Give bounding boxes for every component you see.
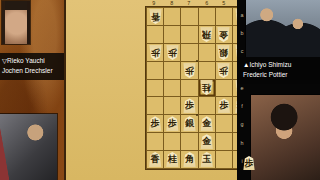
square-8h[interactable] (164, 133, 180, 150)
square-5b[interactable]: 金 (216, 26, 232, 43)
square-9b[interactable] (147, 26, 163, 43)
piece-kanji: 歩 (151, 119, 160, 128)
square-6a[interactable] (199, 8, 215, 25)
piece-kanji: 銀 (185, 119, 194, 128)
komadai-sente: 歩 (243, 156, 255, 170)
left-player-panel: ▽Rieko Yauchi Jochen Drechsler (0, 0, 64, 180)
square-7a[interactable] (181, 8, 197, 25)
square-9g[interactable]: 歩 (147, 115, 163, 132)
sente-gold[interactable]: 金 (200, 134, 213, 149)
piece-kanji: 金 (219, 30, 228, 39)
rank-label-b: b (238, 25, 245, 41)
square-8b[interactable] (164, 26, 180, 43)
piece-kanji: 銀 (219, 48, 228, 57)
square-9f[interactable] (147, 97, 163, 114)
square-9i[interactable]: 香 (147, 151, 163, 168)
piece-kanji: 香 (151, 12, 160, 21)
gote-pawn[interactable]: 歩 (183, 63, 196, 78)
square-6c[interactable] (199, 44, 215, 61)
square-5a[interactable] (216, 8, 232, 25)
piece-kanji: 歩 (151, 48, 160, 57)
square-6i[interactable]: 玉 (199, 151, 215, 168)
file-label-5: 5 (216, 0, 232, 5)
hoshi-dot (196, 60, 198, 62)
square-9d[interactable] (147, 62, 163, 79)
piece-kanji: 金 (202, 119, 211, 128)
piece-kanji: 飛 (202, 30, 211, 39)
gote-gold[interactable]: 金 (217, 27, 230, 42)
sente-lance[interactable]: 香 (149, 152, 162, 167)
gote-pawn[interactable]: 歩 (149, 45, 162, 60)
piece-kanji: 歩 (219, 101, 228, 110)
square-6g[interactable]: 金 (199, 115, 215, 132)
hoshi-dot (196, 114, 198, 116)
piece-kanji: 角 (185, 155, 194, 164)
gote-player-name: ▽Rieko Yauchi (0, 56, 64, 66)
square-5d[interactable]: 歩 (216, 62, 232, 79)
square-5c[interactable]: 銀 (216, 44, 232, 61)
square-7g[interactable]: 銀 (181, 115, 197, 132)
rank-label-f: f (238, 98, 245, 114)
photo-sente-player (251, 95, 320, 180)
broadcast-frame: ▽Rieko Yauchi Jochen Drechsler 987654321… (0, 0, 320, 180)
piece-kanji: 歩 (245, 159, 254, 168)
gote-knight[interactable]: 桂 (200, 80, 213, 95)
square-7i[interactable]: 角 (181, 151, 197, 168)
sente-pawn[interactable]: 歩 (183, 98, 196, 113)
rank-coordinates: abcdefghi (238, 6, 246, 170)
square-7h[interactable] (181, 133, 197, 150)
piece-kanji: 玉 (202, 155, 211, 164)
piece-kanji: 桂 (168, 155, 177, 164)
sente-knight[interactable]: 桂 (166, 152, 179, 167)
piece-kanji: 歩 (185, 66, 194, 75)
piece-kanji: 歩 (168, 48, 177, 57)
square-8g[interactable]: 歩 (164, 115, 180, 132)
square-7b[interactable] (181, 26, 197, 43)
rank-label-a: a (238, 7, 245, 23)
piece-kanji: 香 (151, 155, 160, 164)
piece-kanji: 歩 (185, 101, 194, 110)
square-9a[interactable]: 香 (147, 8, 163, 25)
file-label-6: 6 (199, 0, 215, 5)
rank-label-g: g (238, 116, 245, 132)
sente-bishop[interactable]: 角 (183, 152, 196, 167)
piece-kanji: 歩 (168, 119, 177, 128)
sente-king[interactable]: 玉 (200, 152, 213, 167)
piece-kanji: 桂 (202, 83, 211, 92)
sente-silver[interactable]: 銀 (183, 116, 196, 131)
square-9e[interactable] (147, 80, 163, 97)
square-9c[interactable]: 歩 (147, 44, 163, 61)
square-7d[interactable]: 歩 (181, 62, 197, 79)
gote-lance[interactable]: 香 (149, 9, 162, 24)
left-name-band: ▽Rieko Yauchi Jochen Drechsler (0, 53, 64, 80)
right-name-band: ▲Ichiyo Shimizu Frederic Pottier (237, 57, 320, 84)
square-9h[interactable] (147, 133, 163, 150)
photo-gote-player (2, 1, 30, 44)
sente-gold[interactable]: 金 (200, 116, 213, 131)
sente-player-name: ▲Ichiyo Shimizu (237, 60, 320, 70)
sente-partner-name: Frederic Pottier (237, 70, 320, 80)
square-8f[interactable] (164, 97, 180, 114)
photo-gote-partner (0, 114, 57, 180)
square-6h[interactable]: 金 (199, 133, 215, 150)
piece-kanji: 歩 (219, 66, 228, 75)
right-player-panel: abcdefghi ▲Ichiyo Shimizu Frederic Potti… (237, 0, 320, 180)
square-5f[interactable]: 歩 (216, 97, 232, 114)
rank-label-h: h (238, 134, 245, 150)
square-5g[interactable] (216, 115, 232, 132)
square-5h[interactable] (216, 133, 232, 150)
square-6d[interactable] (199, 62, 215, 79)
file-label-9: 9 (146, 0, 162, 5)
square-7e[interactable] (181, 80, 197, 97)
gote-pawn[interactable]: 歩 (217, 63, 230, 78)
gote-pawn[interactable]: 歩 (166, 45, 179, 60)
shogi-board-panel: 987654321 香王桂香飛金金角歩歩銀銀歩歩歩歩歩桂歩歩歩歩歩歩歩銀金銀歩金… (64, 0, 237, 180)
square-8c[interactable]: 歩 (164, 44, 180, 61)
file-label-7: 7 (181, 0, 197, 5)
square-6b[interactable]: 飛 (199, 26, 215, 43)
square-8a[interactable] (164, 8, 180, 25)
sente-pawn[interactable]: 歩 (217, 98, 230, 113)
gote-silver[interactable]: 銀 (217, 45, 230, 60)
hand-piece-pawn[interactable]: 歩 (243, 156, 255, 170)
square-5i[interactable] (216, 151, 232, 168)
square-8e[interactable] (164, 80, 180, 97)
square-5e[interactable] (216, 80, 232, 97)
sente-pawn[interactable]: 歩 (149, 116, 162, 131)
square-8i[interactable]: 桂 (164, 151, 180, 168)
photo-sente-team (246, 0, 320, 57)
square-7c[interactable] (181, 44, 197, 61)
square-6f[interactable] (199, 97, 215, 114)
square-6e[interactable]: 桂 (199, 80, 215, 97)
square-8d[interactable] (164, 62, 180, 79)
square-7f[interactable]: 歩 (181, 97, 197, 114)
gote-partner-name: Jochen Drechsler (0, 66, 64, 76)
file-label-8: 8 (163, 0, 179, 5)
sente-pawn[interactable]: 歩 (166, 116, 179, 131)
gote-rook[interactable]: 飛 (200, 27, 213, 42)
piece-kanji: 金 (202, 137, 211, 146)
